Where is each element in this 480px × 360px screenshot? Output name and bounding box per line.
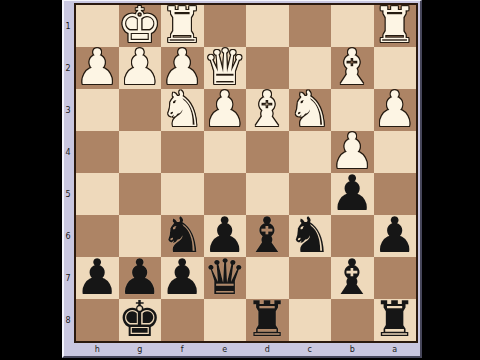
square-d5[interactable] [246,173,289,215]
square-g5[interactable] [119,173,162,215]
square-c5[interactable] [289,173,332,215]
black-bishop: ♝ [246,215,289,257]
square-e2[interactable]: ♛ [204,47,247,89]
square-b8[interactable] [331,299,374,341]
square-h5[interactable] [76,173,119,215]
square-f1[interactable]: ♜ [161,5,204,47]
black-pawn: ♟ [331,173,374,215]
square-a8[interactable]: ♜ [374,299,417,341]
chess-board: ♚♜♜♟♟♟♛♝♞♟♝♞♟♟♟♞♟♝♞♟♟♟♟♛♝♚♜♜ [74,3,418,343]
white-bishop: ♝ [331,47,374,89]
square-g4[interactable] [119,131,162,173]
rank-label-3: 3 [63,89,73,131]
square-a1[interactable]: ♜ [374,5,417,47]
square-e5[interactable] [204,173,247,215]
square-g2[interactable]: ♟ [119,47,162,89]
square-h7[interactable]: ♟ [76,257,119,299]
square-h1[interactable] [76,5,119,47]
file-label-b: b [331,344,374,356]
board-frame: 12345678 ♚♜♜♟♟♟♛♝♞♟♝♞♟♟♟♞♟♝♞♟♟♟♟♛♝♚♜♜ hg… [62,0,422,358]
square-h6[interactable] [76,215,119,257]
square-c6[interactable]: ♞ [289,215,332,257]
square-b3[interactable] [331,89,374,131]
white-pawn: ♟ [76,47,119,89]
rank-label-7: 7 [63,257,73,299]
square-a6[interactable]: ♟ [374,215,417,257]
square-b7[interactable]: ♝ [331,257,374,299]
square-c7[interactable] [289,257,332,299]
video-frame: 12345678 ♚♜♜♟♟♟♛♝♞♟♝♞♟♟♟♞♟♝♞♟♟♟♟♛♝♚♜♜ hg… [0,0,480,360]
square-h4[interactable] [76,131,119,173]
square-g3[interactable] [119,89,162,131]
file-label-g: g [119,344,162,356]
square-d4[interactable] [246,131,289,173]
square-e3[interactable]: ♟ [204,89,247,131]
black-queen: ♛ [204,257,247,299]
square-f5[interactable] [161,173,204,215]
square-a4[interactable] [374,131,417,173]
square-c4[interactable] [289,131,332,173]
white-pawn: ♟ [204,89,247,131]
white-bishop: ♝ [246,89,289,131]
square-e1[interactable] [204,5,247,47]
file-label-a: a [374,344,417,356]
file-labels: hgfedcba [76,344,416,356]
square-a3[interactable]: ♟ [374,89,417,131]
white-knight: ♞ [289,89,332,131]
square-b4[interactable]: ♟ [331,131,374,173]
square-h2[interactable]: ♟ [76,47,119,89]
square-f7[interactable]: ♟ [161,257,204,299]
rank-label-4: 4 [63,131,73,173]
white-king: ♚ [119,5,162,47]
file-label-c: c [289,344,332,356]
rank-label-2: 2 [63,47,73,89]
black-pawn: ♟ [119,257,162,299]
square-b6[interactable] [331,215,374,257]
white-queen: ♛ [204,47,247,89]
white-pawn: ♟ [161,47,204,89]
black-pawn: ♟ [76,257,119,299]
square-a2[interactable] [374,47,417,89]
square-c8[interactable] [289,299,332,341]
square-f3[interactable]: ♞ [161,89,204,131]
white-pawn: ♟ [119,47,162,89]
file-label-f: f [161,344,204,356]
black-knight: ♞ [161,215,204,257]
black-pawn: ♟ [374,215,417,257]
square-c3[interactable]: ♞ [289,89,332,131]
rank-label-6: 6 [63,215,73,257]
square-c2[interactable] [289,47,332,89]
square-g1[interactable]: ♚ [119,5,162,47]
square-f8[interactable] [161,299,204,341]
rank-label-8: 8 [63,299,73,341]
square-b1[interactable] [331,5,374,47]
square-e7[interactable]: ♛ [204,257,247,299]
square-d1[interactable] [246,5,289,47]
left-letterbox [0,0,62,360]
white-pawn: ♟ [331,131,374,173]
black-rook: ♜ [374,299,417,341]
square-g6[interactable] [119,215,162,257]
square-e8[interactable] [204,299,247,341]
file-label-d: d [246,344,289,356]
black-bishop: ♝ [331,257,374,299]
black-knight: ♞ [289,215,332,257]
square-g7[interactable]: ♟ [119,257,162,299]
square-f2[interactable]: ♟ [161,47,204,89]
black-rook: ♜ [246,299,289,341]
rank-labels: 12345678 [63,5,73,341]
square-a7[interactable] [374,257,417,299]
square-h8[interactable] [76,299,119,341]
square-b2[interactable]: ♝ [331,47,374,89]
square-e6[interactable]: ♟ [204,215,247,257]
square-f6[interactable]: ♞ [161,215,204,257]
file-label-h: h [76,344,119,356]
square-f4[interactable] [161,131,204,173]
black-pawn: ♟ [204,215,247,257]
rank-label-1: 1 [63,5,73,47]
white-knight: ♞ [161,89,204,131]
square-c1[interactable] [289,5,332,47]
square-a5[interactable] [374,173,417,215]
square-e4[interactable] [204,131,247,173]
square-h3[interactable] [76,89,119,131]
right-letterbox [422,0,480,360]
rank-label-5: 5 [63,173,73,215]
square-d2[interactable] [246,47,289,89]
square-d8[interactable]: ♜ [246,299,289,341]
square-b5[interactable]: ♟ [331,173,374,215]
white-rook: ♜ [161,5,204,47]
white-rook: ♜ [374,5,417,47]
square-d6[interactable]: ♝ [246,215,289,257]
black-king: ♚ [119,299,162,341]
square-g8[interactable]: ♚ [119,299,162,341]
white-pawn: ♟ [374,89,417,131]
file-label-e: e [204,344,247,356]
square-d7[interactable] [246,257,289,299]
square-d3[interactable]: ♝ [246,89,289,131]
black-pawn: ♟ [161,257,204,299]
